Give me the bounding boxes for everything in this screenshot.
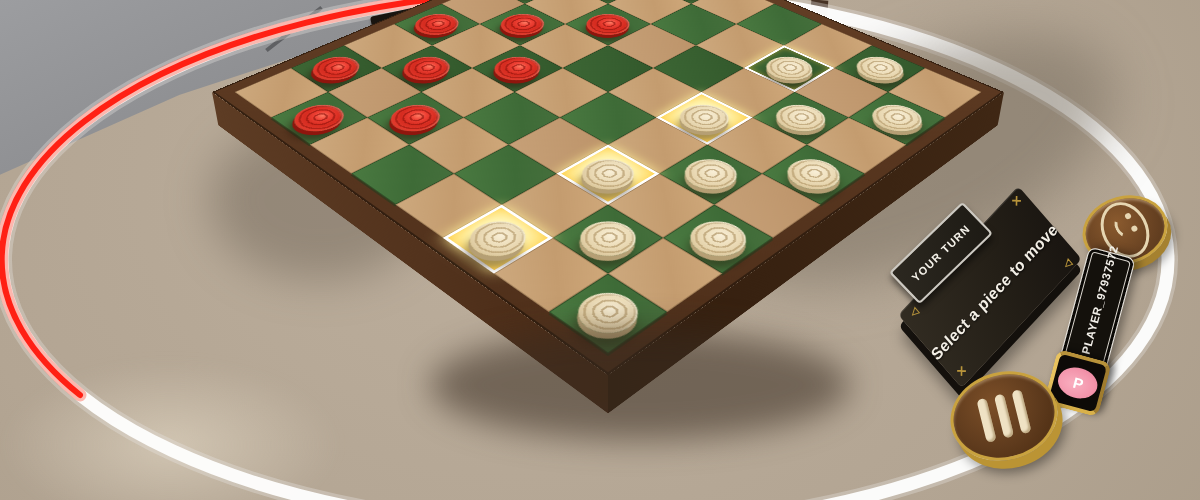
- square-r2c7[interactable]: [807, 118, 906, 174]
- white-piece[interactable]: [459, 214, 537, 263]
- square-r2c6[interactable]: [752, 92, 848, 145]
- square-r4c5[interactable]: [608, 118, 707, 174]
- square-r3c5[interactable]: [656, 92, 752, 145]
- white-piece[interactable]: [571, 153, 644, 196]
- square-r7c4[interactable]: [395, 174, 501, 238]
- square-r5c4[interactable]: [509, 118, 608, 174]
- square-r7c2[interactable]: [310, 118, 409, 174]
- square-r7c3[interactable]: [351, 145, 454, 205]
- gold-cross-icon: ✕: [1009, 192, 1025, 210]
- white-piece[interactable]: [766, 99, 835, 136]
- gold-arrow-icon: ◁: [908, 305, 921, 319]
- gold-cross-icon: ✕: [954, 362, 970, 380]
- board-shadow-front: [430, 330, 850, 440]
- game-screen: ✕ ✕ ◁ ◁ Select a piece to move YOUR TURN…: [0, 0, 1200, 500]
- square-r6c4[interactable]: [454, 145, 557, 205]
- square-r7c5[interactable]: [443, 205, 553, 274]
- checkers-board: [212, 0, 1004, 375]
- square-r5c5[interactable]: [557, 145, 660, 205]
- white-piece[interactable]: [569, 214, 647, 263]
- square-r6c5[interactable]: [502, 174, 608, 238]
- white-piece[interactable]: [777, 153, 850, 196]
- square-r5c6[interactable]: [608, 174, 714, 238]
- square-r3c7[interactable]: [762, 145, 865, 205]
- square-r5c7[interactable]: [663, 205, 773, 274]
- avatar-circle: P: [1055, 363, 1101, 402]
- square-r5c3[interactable]: [464, 92, 560, 145]
- square-r7c6[interactable]: [494, 238, 608, 312]
- white-piece[interactable]: [679, 214, 757, 263]
- square-r3c6[interactable]: [707, 118, 806, 174]
- hamburger-menu-icon: [976, 398, 996, 443]
- square-r6c7[interactable]: [608, 238, 722, 312]
- red-piece[interactable]: [285, 99, 354, 136]
- red-piece[interactable]: [381, 99, 450, 136]
- square-r4c6[interactable]: [659, 145, 762, 205]
- square-r6c3[interactable]: [409, 118, 508, 174]
- square-r7c1[interactable]: [271, 92, 367, 145]
- square-r4c7[interactable]: [714, 174, 820, 238]
- square-r4c4[interactable]: [560, 92, 656, 145]
- gold-arrow-icon: ◁: [1061, 257, 1074, 271]
- board-grid: [235, 0, 982, 354]
- white-piece[interactable]: [674, 153, 747, 196]
- square-r1c7[interactable]: [849, 92, 945, 145]
- white-piece[interactable]: [670, 99, 739, 136]
- avatar-initial: P: [1071, 373, 1085, 392]
- white-piece[interactable]: [863, 99, 932, 136]
- square-r6c6[interactable]: [553, 205, 663, 274]
- square-r6c2[interactable]: [367, 92, 463, 145]
